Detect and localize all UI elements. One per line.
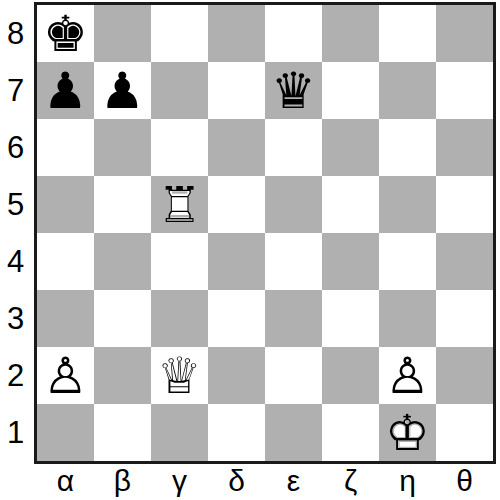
square-a2[interactable]: ♟♙ [37, 347, 94, 404]
square-f1[interactable] [322, 404, 379, 461]
square-a5[interactable] [37, 176, 94, 233]
piece-white-pawn[interactable]: ♟♙ [379, 347, 436, 404]
rank-label-5: 5 [0, 176, 31, 233]
square-h6[interactable] [436, 119, 493, 176]
board: ♚♟♟♛♜♖♟♙♛♕♟♙♚♔ [34, 2, 496, 464]
square-h4[interactable] [436, 233, 493, 290]
square-c2[interactable]: ♛♕ [151, 347, 208, 404]
square-b5[interactable] [94, 176, 151, 233]
file-labels: αβγδεζηθ [37, 463, 493, 499]
square-f6[interactable] [322, 119, 379, 176]
square-c8[interactable] [151, 5, 208, 62]
square-c6[interactable] [151, 119, 208, 176]
rank-label-7: 7 [0, 62, 31, 119]
square-f4[interactable] [322, 233, 379, 290]
rank-labels: 87654321 [0, 5, 31, 461]
square-g8[interactable] [379, 5, 436, 62]
rank-label-8: 8 [0, 5, 31, 62]
rank-label-3: 3 [0, 290, 31, 347]
square-e4[interactable] [265, 233, 322, 290]
square-d1[interactable] [208, 404, 265, 461]
square-a8[interactable]: ♚ [37, 5, 94, 62]
square-g6[interactable] [379, 119, 436, 176]
square-a7[interactable]: ♟ [37, 62, 94, 119]
square-b3[interactable] [94, 290, 151, 347]
piece-white-queen[interactable]: ♛♕ [151, 347, 208, 404]
piece-black-king[interactable]: ♚ [37, 5, 94, 62]
square-e6[interactable] [265, 119, 322, 176]
square-g3[interactable] [379, 290, 436, 347]
square-c4[interactable] [151, 233, 208, 290]
file-label-e: ε [265, 463, 322, 499]
square-e5[interactable] [265, 176, 322, 233]
square-b2[interactable] [94, 347, 151, 404]
square-g4[interactable] [379, 233, 436, 290]
square-b1[interactable] [94, 404, 151, 461]
file-label-d: δ [208, 463, 265, 499]
rank-label-2: 2 [0, 347, 31, 404]
square-g7[interactable] [379, 62, 436, 119]
piece-black-pawn[interactable]: ♟ [37, 62, 94, 119]
square-a6[interactable] [37, 119, 94, 176]
square-f5[interactable] [322, 176, 379, 233]
square-a1[interactable] [37, 404, 94, 461]
square-d5[interactable] [208, 176, 265, 233]
chess-diagram: 87654321 ♚♟♟♛♜♖♟♙♛♕♟♙♚♔ αβγδεζηθ [0, 0, 500, 500]
square-f2[interactable] [322, 347, 379, 404]
square-e1[interactable] [265, 404, 322, 461]
square-h7[interactable] [436, 62, 493, 119]
square-f3[interactable] [322, 290, 379, 347]
square-a3[interactable] [37, 290, 94, 347]
file-label-g: η [379, 463, 436, 499]
square-d3[interactable] [208, 290, 265, 347]
square-c5[interactable]: ♜♖ [151, 176, 208, 233]
piece-black-queen[interactable]: ♛ [265, 62, 322, 119]
square-f8[interactable] [322, 5, 379, 62]
square-g2[interactable]: ♟♙ [379, 347, 436, 404]
square-h5[interactable] [436, 176, 493, 233]
white-pawn-icon: ♙ [379, 347, 436, 404]
square-d7[interactable] [208, 62, 265, 119]
piece-black-pawn[interactable]: ♟ [94, 62, 151, 119]
square-h1[interactable] [436, 404, 493, 461]
square-b4[interactable] [94, 233, 151, 290]
square-a4[interactable] [37, 233, 94, 290]
file-label-c: γ [151, 463, 208, 499]
white-king-icon: ♔ [379, 404, 436, 461]
square-b7[interactable]: ♟ [94, 62, 151, 119]
square-c3[interactable] [151, 290, 208, 347]
square-e7[interactable]: ♛ [265, 62, 322, 119]
square-e3[interactable] [265, 290, 322, 347]
square-h8[interactable] [436, 5, 493, 62]
square-c1[interactable] [151, 404, 208, 461]
square-d6[interactable] [208, 119, 265, 176]
file-label-b: β [94, 463, 151, 499]
file-label-a: α [37, 463, 94, 499]
square-c7[interactable] [151, 62, 208, 119]
square-f7[interactable] [322, 62, 379, 119]
rank-label-6: 6 [0, 119, 31, 176]
white-pawn-icon: ♙ [37, 347, 94, 404]
file-label-h: θ [436, 463, 493, 499]
square-e8[interactable] [265, 5, 322, 62]
square-g1[interactable]: ♚♔ [379, 404, 436, 461]
rank-label-4: 4 [0, 233, 31, 290]
piece-white-king[interactable]: ♚♔ [379, 404, 436, 461]
square-h2[interactable] [436, 347, 493, 404]
square-d2[interactable] [208, 347, 265, 404]
square-h3[interactable] [436, 290, 493, 347]
white-rook-icon: ♖ [151, 176, 208, 233]
file-label-f: ζ [322, 463, 379, 499]
square-d4[interactable] [208, 233, 265, 290]
square-b6[interactable] [94, 119, 151, 176]
white-queen-icon: ♕ [151, 347, 208, 404]
rank-label-1: 1 [0, 404, 31, 461]
square-g5[interactable] [379, 176, 436, 233]
square-d8[interactable] [208, 5, 265, 62]
square-b8[interactable] [94, 5, 151, 62]
piece-white-pawn[interactable]: ♟♙ [37, 347, 94, 404]
square-e2[interactable] [265, 347, 322, 404]
piece-white-rook[interactable]: ♜♖ [151, 176, 208, 233]
